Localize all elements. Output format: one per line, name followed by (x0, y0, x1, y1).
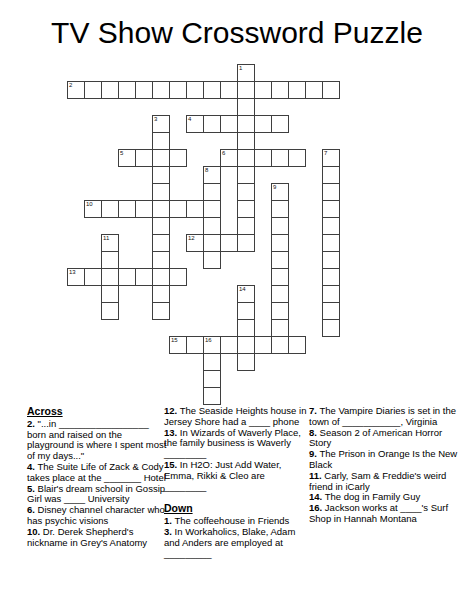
clue-number: 15. (164, 459, 177, 470)
grid-cell[interactable] (237, 302, 255, 320)
grid-cell[interactable] (186, 81, 204, 99)
grid-cell[interactable] (271, 285, 289, 303)
grid-cell[interactable] (322, 183, 340, 201)
grid-cell[interactable] (152, 285, 170, 303)
grid-cell[interactable] (84, 81, 102, 99)
grid-cell[interactable] (322, 319, 340, 337)
grid-cell[interactable] (322, 285, 340, 303)
cell-number: 11 (103, 235, 109, 242)
grid-cell[interactable] (220, 336, 238, 354)
clue-number: 10. (27, 526, 40, 537)
grid-cell[interactable] (271, 302, 289, 320)
grid-cell[interactable] (237, 319, 255, 337)
clue-item: 8. Season 2 of American Horror Story (309, 428, 462, 450)
grid-cell[interactable] (101, 302, 119, 320)
cell-number: 14 (239, 286, 246, 293)
grid-cell[interactable] (152, 166, 170, 184)
grid-cell[interactable] (152, 268, 170, 286)
grid-cell[interactable] (84, 268, 102, 286)
grid-cell[interactable]: 4 (186, 115, 204, 133)
grid-cell[interactable] (237, 336, 255, 354)
grid-cell[interactable] (271, 234, 289, 252)
grid-cell[interactable]: 16 (203, 336, 221, 354)
clue-number: 4. (27, 461, 35, 472)
clue-item: 5. Blair's dream school in Gossip Girl w… (27, 484, 168, 506)
clue-number: 1. (164, 515, 172, 526)
grid-cell[interactable] (237, 200, 255, 218)
grid-cell[interactable] (203, 183, 221, 201)
grid-cell[interactable]: 13 (67, 268, 85, 286)
grid-cell[interactable] (152, 149, 170, 167)
cell-number: 16 (205, 337, 212, 344)
cell-number: 6 (222, 150, 225, 157)
cell-number: 10 (86, 201, 93, 208)
crossword-page: TV Show Crossword Puzzle 123456789101112… (0, 0, 474, 613)
grid-cell[interactable] (322, 234, 340, 252)
grid-cell[interactable]: 6 (220, 149, 238, 167)
grid-cell[interactable] (237, 234, 255, 252)
grid-cell[interactable] (203, 387, 221, 405)
grid-cell[interactable] (220, 81, 238, 99)
across-clues-list: 2. "...in _________________ born and rai… (27, 419, 168, 549)
grid-cell[interactable] (322, 251, 340, 269)
grid-cell[interactable] (288, 81, 306, 99)
grid-cell[interactable] (186, 336, 204, 354)
grid-cell[interactable] (101, 285, 119, 303)
clue-item: 7. The Vampire Diaries is set in the tow… (309, 406, 462, 428)
grid-cell[interactable] (203, 234, 221, 252)
grid-cell[interactable] (169, 149, 187, 167)
grid-cell[interactable] (271, 251, 289, 269)
page-title: TV Show Crossword Puzzle (0, 16, 474, 50)
grid-cell[interactable] (271, 319, 289, 337)
grid-cell[interactable] (237, 115, 255, 133)
clue-number: 3. (164, 526, 172, 537)
down-clues-list: 1. The coffeehouse in Friends3. In Worka… (164, 516, 307, 559)
clue-item: 16. Jackson works at ____'s Surf Shop in… (309, 503, 462, 525)
grid-cell[interactable] (237, 98, 255, 116)
grid-cell[interactable] (322, 200, 340, 218)
grid-cell[interactable] (169, 268, 187, 286)
down-clues-list-continued: 7. The Vampire Diaries is set in the tow… (309, 406, 462, 525)
cell-number: 4 (188, 116, 191, 123)
grid-cell[interactable] (203, 217, 221, 235)
clues-column-right: 7. The Vampire Diaries is set in the tow… (309, 406, 462, 525)
grid-cell[interactable] (118, 268, 136, 286)
cell-number: 15 (171, 337, 178, 344)
clue-item: 9. The Prison in Orange Is the New Black (309, 449, 462, 471)
grid-cell[interactable] (101, 200, 119, 218)
grid-cell[interactable] (101, 81, 119, 99)
grid-cell[interactable] (237, 166, 255, 184)
grid-cell[interactable]: 11 (101, 234, 119, 252)
grid-cell[interactable] (220, 115, 238, 133)
grid-cell[interactable] (135, 81, 153, 99)
grid-cell[interactable] (152, 302, 170, 320)
grid-cell[interactable] (271, 217, 289, 235)
cell-number: 2 (69, 82, 72, 89)
grid-cell[interactable]: 14 (237, 285, 255, 303)
grid-cell[interactable] (118, 81, 136, 99)
cell-number: 7 (324, 150, 327, 157)
grid-cell[interactable] (254, 336, 272, 354)
clue-item: 6. Disney channel character who has psyc… (27, 505, 168, 527)
grid-cell[interactable] (169, 200, 187, 218)
grid-cell[interactable] (203, 81, 221, 99)
clue-number: 13. (164, 427, 177, 438)
down-header: Down (164, 503, 307, 514)
clue-number: 11. (309, 470, 322, 481)
grid-cell[interactable] (186, 200, 204, 218)
grid-cell[interactable] (322, 268, 340, 286)
clue-number: 2. (27, 418, 35, 429)
grid-cell[interactable] (152, 200, 170, 218)
clue-number: 9. (309, 448, 317, 459)
grid-cell[interactable] (135, 268, 153, 286)
grid-cell[interactable] (254, 81, 272, 99)
grid-cell[interactable]: 1 (237, 64, 255, 82)
grid-cell[interactable] (322, 81, 340, 99)
clues-column-left: Across 2. "...in _________________ born … (27, 406, 168, 548)
clue-item: 13. In Wizards of Waverly Place, the fam… (164, 428, 307, 460)
grid-cell[interactable] (271, 115, 289, 133)
grid-cell[interactable] (152, 217, 170, 235)
clue-item: 2. "...in _________________ born and rai… (27, 419, 168, 462)
grid-cell[interactable] (203, 353, 221, 371)
grid-cell[interactable] (254, 115, 272, 133)
clue-number: 14. (309, 491, 322, 502)
clue-number: 7. (309, 405, 317, 416)
grid-cell[interactable] (152, 251, 170, 269)
grid-cell[interactable]: 5 (118, 149, 136, 167)
across-clues-list-continued: 12. The Seaside Heights house in Jersey … (164, 406, 307, 492)
grid-cell[interactable] (322, 166, 340, 184)
cell-number: 3 (154, 116, 157, 123)
grid-cell[interactable] (135, 149, 153, 167)
grid-cell[interactable]: 8 (203, 166, 221, 184)
grid-cell[interactable] (237, 353, 255, 371)
grid-cell[interactable] (169, 81, 187, 99)
grid-cell[interactable]: 15 (169, 336, 187, 354)
grid-cell[interactable] (101, 268, 119, 286)
grid-cell[interactable] (288, 336, 306, 354)
cell-number: 8 (205, 167, 208, 174)
grid-cell[interactable] (203, 115, 221, 133)
grid-cell[interactable] (203, 370, 221, 388)
clue-item: 11. Carly, Sam & Freddie's weird friend … (309, 471, 462, 493)
clue-item: 3. In Workaholics, Blake, Adam and Ander… (164, 527, 307, 559)
grid-cell[interactable]: 10 (84, 200, 102, 218)
cell-number: 1 (239, 65, 242, 72)
grid-cell[interactable] (271, 336, 289, 354)
grid-cell[interactable]: 7 (322, 149, 340, 167)
grid-cell[interactable] (135, 200, 153, 218)
clue-item: 4. The Suite Life of Zack & Cody takes p… (27, 462, 168, 484)
grid-cell[interactable] (220, 234, 238, 252)
clue-number: 6. (27, 504, 35, 515)
clue-item: 15. In H2O: Just Add Water, Emma, Rikki … (164, 460, 307, 492)
across-header: Across (27, 406, 168, 417)
clue-number: 5. (27, 483, 35, 494)
grid-cell[interactable] (271, 200, 289, 218)
grid-cell[interactable] (152, 234, 170, 252)
cell-number: 13 (69, 269, 76, 276)
clue-number: 12. (164, 405, 177, 416)
clue-item: 12. The Seaside Heights house in Jersey … (164, 406, 307, 428)
grid-cell[interactable] (203, 251, 221, 269)
grid-cell[interactable] (237, 217, 255, 235)
grid-cell[interactable] (152, 132, 170, 150)
grid-cell[interactable] (237, 132, 255, 150)
grid-cell[interactable] (305, 81, 323, 99)
grid-cell[interactable] (271, 149, 289, 167)
grid-cell[interactable]: 12 (186, 234, 204, 252)
cell-number: 9 (273, 184, 276, 191)
grid-cell[interactable] (118, 200, 136, 218)
grid-cell[interactable] (288, 149, 306, 167)
grid-cell[interactable] (271, 81, 289, 99)
grid-cell[interactable]: 2 (67, 81, 85, 99)
grid-cell[interactable]: 9 (271, 183, 289, 201)
clue-number: 8. (309, 427, 317, 438)
grid-cell[interactable] (237, 81, 255, 99)
clue-item: 10. Dr. Derek Shepherd's nickname in Gre… (27, 527, 168, 549)
grid-cell[interactable] (237, 149, 255, 167)
grid-cell[interactable] (237, 183, 255, 201)
clue-number: 16. (309, 502, 322, 513)
grid-cell[interactable]: 3 (152, 115, 170, 133)
grid-cell[interactable] (203, 200, 221, 218)
grid-cell[interactable] (152, 81, 170, 99)
grid-cell[interactable] (322, 302, 340, 320)
grid-cell[interactable] (254, 149, 272, 167)
grid-cell[interactable] (152, 183, 170, 201)
crossword-grid: 12345678910111213141516 (67, 64, 340, 405)
grid-cell[interactable] (322, 217, 340, 235)
clues-column-middle: 12. The Seaside Heights house in Jersey … (164, 406, 307, 559)
cell-number: 12 (188, 235, 195, 242)
grid-cell[interactable] (101, 251, 119, 269)
grid-cell[interactable] (271, 268, 289, 286)
cell-number: 5 (120, 150, 123, 157)
